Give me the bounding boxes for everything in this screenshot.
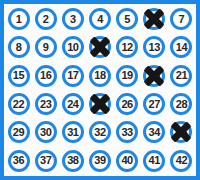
number-label: 42: [176, 155, 187, 166]
number-cell-5[interactable]: 5: [114, 5, 141, 33]
number-label: 26: [121, 99, 132, 110]
number-label: 31: [67, 127, 78, 138]
number-label: 38: [67, 155, 78, 166]
number-circle: 16: [35, 65, 57, 87]
number-cell-18[interactable]: 18: [86, 62, 113, 90]
number-circle: 4: [89, 8, 111, 30]
number-circle: 9: [35, 36, 57, 58]
number-circle: 10: [62, 36, 84, 58]
number-circle: 33: [116, 121, 138, 143]
number-circle: 26: [116, 93, 138, 115]
number-cell-9[interactable]: 9: [32, 33, 59, 61]
number-cell-2[interactable]: 2: [32, 5, 59, 33]
number-label: 18: [94, 70, 105, 81]
number-cell-31[interactable]: 31: [59, 118, 86, 146]
number-circle: 19: [116, 65, 138, 87]
number-label: 3: [70, 14, 76, 25]
number-cell-10[interactable]: 10: [59, 33, 86, 61]
number-label: 36: [13, 155, 24, 166]
number-cell-8[interactable]: 8: [5, 33, 32, 61]
number-cell-32[interactable]: 32: [86, 118, 113, 146]
number-cell-26[interactable]: 26: [114, 90, 141, 118]
number-cell-29[interactable]: 29: [5, 118, 32, 146]
number-cell-37[interactable]: 37: [32, 147, 59, 175]
number-label: 29: [13, 127, 24, 138]
number-circle: 18: [89, 65, 111, 87]
number-cell-34[interactable]: 34: [141, 118, 168, 146]
crossed-number-cell-6[interactable]: 6: [141, 5, 168, 33]
number-cell-17[interactable]: 17: [59, 62, 86, 90]
number-circle: 3: [62, 8, 84, 30]
number-cell-22[interactable]: 22: [5, 90, 32, 118]
number-circle: 1: [8, 8, 30, 30]
number-label: 32: [94, 127, 105, 138]
number-circle: 22: [8, 93, 30, 115]
number-cell-24[interactable]: 24: [59, 90, 86, 118]
number-label: 14: [176, 42, 187, 53]
number-cell-21[interactable]: 21: [168, 62, 195, 90]
number-circle: 40: [116, 150, 138, 172]
number-cell-38[interactable]: 38: [59, 147, 86, 175]
number-circle: 32: [89, 121, 111, 143]
number-label: 4: [97, 14, 103, 25]
number-label: 41: [149, 155, 160, 166]
number-circle: 28: [170, 93, 192, 115]
number-label: 28: [176, 99, 187, 110]
number-label: 15: [13, 70, 24, 81]
number-label: 12: [121, 42, 132, 53]
number-label: 37: [40, 155, 51, 166]
number-circle: 37: [35, 150, 57, 172]
number-label: 40: [121, 155, 132, 166]
number-cell-4[interactable]: 4: [86, 5, 113, 33]
number-label: 27: [149, 99, 160, 110]
number-cell-7[interactable]: 7: [168, 5, 195, 33]
number-circle: 35: [170, 121, 192, 143]
crossed-number-cell-20[interactable]: 20: [141, 62, 168, 90]
number-label: 17: [67, 70, 78, 81]
number-circle: 38: [62, 150, 84, 172]
number-cell-36[interactable]: 36: [5, 147, 32, 175]
number-cell-14[interactable]: 14: [168, 33, 195, 61]
number-cell-13[interactable]: 13: [141, 33, 168, 61]
crossed-number-cell-11[interactable]: 11: [86, 33, 113, 61]
number-label: 9: [43, 42, 49, 53]
number-cell-1[interactable]: 1: [5, 5, 32, 33]
number-label: 23: [40, 99, 51, 110]
number-circle: 36: [8, 150, 30, 172]
number-label: 5: [124, 14, 130, 25]
number-cell-27[interactable]: 27: [141, 90, 168, 118]
number-label: 8: [16, 42, 22, 53]
number-circle: 12: [116, 36, 138, 58]
number-circle: 15: [8, 65, 30, 87]
number-circle: 8: [8, 36, 30, 58]
number-label: 10: [67, 42, 78, 53]
number-cell-28[interactable]: 28: [168, 90, 195, 118]
number-circle: 11: [89, 36, 111, 58]
number-label: 33: [121, 127, 132, 138]
number-cell-19[interactable]: 19: [114, 62, 141, 90]
number-label: 2: [43, 14, 49, 25]
number-label: 16: [40, 70, 51, 81]
number-label: 19: [121, 70, 132, 81]
number-cell-12[interactable]: 12: [114, 33, 141, 61]
number-cell-33[interactable]: 33: [114, 118, 141, 146]
number-circle: 13: [143, 36, 165, 58]
number-cell-41[interactable]: 41: [141, 147, 168, 175]
number-circle: 17: [62, 65, 84, 87]
number-label: 7: [179, 14, 185, 25]
number-circle: 23: [35, 93, 57, 115]
number-cell-39[interactable]: 39: [86, 147, 113, 175]
number-circle: 21: [170, 65, 192, 87]
number-circle: 42: [170, 150, 192, 172]
number-circle: 34: [143, 121, 165, 143]
number-circle: 6: [143, 8, 165, 30]
number-label: 1: [16, 14, 22, 25]
number-label: 21: [176, 70, 187, 81]
number-circle: 30: [35, 121, 57, 143]
number-circle: 27: [143, 93, 165, 115]
number-circle: 7: [170, 8, 192, 30]
number-cell-40[interactable]: 40: [114, 147, 141, 175]
number-cell-3[interactable]: 3: [59, 5, 86, 33]
number-circle: 14: [170, 36, 192, 58]
crossed-number-cell-25[interactable]: 25: [86, 90, 113, 118]
number-cell-42[interactable]: 42: [168, 147, 195, 175]
number-circle: 31: [62, 121, 84, 143]
number-circle: 29: [8, 121, 30, 143]
number-circle: 2: [35, 8, 57, 30]
number-label: 13: [149, 42, 160, 53]
number-label: 39: [94, 155, 105, 166]
number-circle: 20: [143, 65, 165, 87]
number-label: 22: [13, 99, 24, 110]
number-cell-30[interactable]: 30: [32, 118, 59, 146]
number-cell-16[interactable]: 16: [32, 62, 59, 90]
number-label: 34: [149, 127, 160, 138]
crossed-number-cell-35[interactable]: 35: [168, 118, 195, 146]
number-circle: 41: [143, 150, 165, 172]
number-label: 24: [67, 99, 78, 110]
number-label: 30: [40, 127, 51, 138]
number-cell-15[interactable]: 15: [5, 62, 32, 90]
number-circle: 25: [89, 93, 111, 115]
number-board: 1234567891011121314151617181920212223242…: [0, 0, 200, 180]
number-cell-23[interactable]: 23: [32, 90, 59, 118]
number-circle: 24: [62, 93, 84, 115]
number-circle: 5: [116, 8, 138, 30]
number-circle: 39: [89, 150, 111, 172]
